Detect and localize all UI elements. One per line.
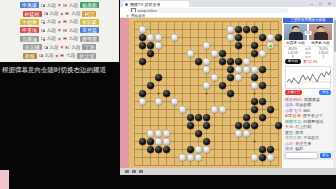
black-stone	[155, 74, 162, 81]
player2-rank: 九段	[71, 11, 80, 16]
match-row: 卞相壹九段×九段李轩豪	[0, 18, 119, 26]
black-stone	[267, 146, 274, 153]
ai-winrate-value: 黑 52.3%	[303, 60, 317, 64]
black-stone	[235, 26, 242, 33]
korea-flag-icon	[39, 54, 43, 57]
player1-name: 卞相壹	[20, 19, 39, 25]
chat-username: 棋友8841:	[285, 97, 303, 102]
notice-badge: 主播公告	[285, 90, 302, 95]
chat-text: 关注主播	[295, 141, 311, 146]
black-stone	[147, 138, 154, 145]
player2-rank: 九段	[69, 28, 78, 33]
player1-rank: 九段	[47, 36, 56, 41]
black-stone	[139, 34, 146, 41]
white-stone	[211, 74, 218, 81]
black-stone	[251, 50, 258, 57]
china-flag-icon	[63, 4, 67, 7]
black-stone	[235, 122, 242, 129]
white-stone	[243, 130, 250, 137]
match-row: 金志锡九段×九段丁浩	[0, 43, 119, 51]
chat-username: 天元:	[285, 124, 294, 129]
white-stone	[155, 138, 162, 145]
korea-flag-icon	[41, 37, 45, 40]
black-stone	[227, 74, 234, 81]
chat-username: AI爱好者:	[285, 113, 302, 118]
china-flag-icon	[63, 29, 67, 32]
black-stone	[203, 114, 210, 121]
send-button[interactable]: 发送	[320, 153, 331, 158]
player1-name: 元晟溱	[20, 36, 39, 42]
white-stone	[179, 154, 186, 161]
white-stone	[203, 66, 210, 73]
korea-flag-icon	[44, 12, 48, 15]
chat-text: 精彩	[295, 146, 303, 151]
player1-rank: 九段	[47, 3, 56, 8]
white-stone	[227, 26, 234, 33]
white-stone	[211, 50, 218, 57]
chat-text: 黑棋厚实	[304, 97, 320, 102]
black-stone	[235, 58, 242, 65]
white-player-name: 杨鼎新 九段	[308, 41, 333, 46]
black-stone	[187, 146, 194, 153]
black-stone	[163, 90, 170, 97]
black-stone	[195, 130, 202, 137]
player2-rank: 九段	[69, 36, 78, 41]
winrate-line-chart	[287, 68, 331, 89]
url-field[interactable]: weiqi.tv/live	[128, 8, 288, 13]
white-stone	[235, 74, 242, 81]
versus-separator: ×	[58, 27, 61, 33]
black-stone	[195, 114, 202, 121]
page-content: 三星杯世界围棋大师赛 VS 申真谞 九段	[120, 18, 336, 168]
tab-favicon-icon	[125, 3, 128, 6]
maximize-button[interactable]: □	[316, 0, 325, 7]
close-button[interactable]: ✕	[325, 0, 334, 7]
white-stone	[235, 130, 242, 137]
player-photos: VS	[283, 23, 333, 41]
white-stone	[267, 34, 274, 41]
black-stone	[147, 146, 154, 153]
white-stone	[203, 146, 210, 153]
game-info-panel: 三星杯世界围棋大师赛 VS 申真谞 九段	[283, 18, 333, 168]
white-stone	[139, 98, 146, 105]
vs-label: VS	[305, 31, 312, 35]
player2-rank: 九段	[69, 19, 78, 24]
player2-name: 李轩豪	[80, 19, 99, 25]
black-stone	[251, 122, 258, 129]
player1-rank: 九段	[50, 45, 59, 50]
chat-username: 星位:	[285, 130, 294, 135]
match-row: 元晟溱九段×九段唐韦星	[0, 35, 119, 43]
chat-input[interactable]	[285, 152, 318, 159]
match-row: 朴廷桓九段×九段柯洁	[0, 9, 119, 17]
white-stat-value: 5	[314, 55, 333, 59]
match-row: 申真谞九段×九段杨鼎新	[0, 1, 119, 9]
stat-label: 提子	[302, 55, 314, 59]
white-stone	[155, 130, 162, 137]
black-stone	[139, 58, 146, 65]
winrate-graph	[285, 66, 331, 89]
black-stone	[275, 34, 282, 41]
black-stone	[259, 66, 266, 73]
player2-rank: 九段	[71, 45, 80, 50]
browser-window: 围棋TV·对弈直播 — □ ✕ weiqi.tv/live ★ 围棋直播	[120, 0, 336, 175]
lock-icon	[131, 8, 136, 12]
page-left-margin	[120, 18, 129, 168]
white-stone	[163, 130, 170, 137]
player2-rank: 九段	[69, 3, 78, 8]
ai-analysis-row: AI分析 黑 52.3%	[283, 59, 333, 65]
white-player-photo	[309, 24, 332, 40]
go-board[interactable]	[129, 18, 282, 168]
stream-stage: 申真谞九段×九段杨鼎新朴廷桓九段×九段柯洁卞相壹九段×九段李轩豪申旻埈九段×九段…	[0, 0, 336, 189]
china-flag-icon	[63, 37, 67, 40]
white-stone	[235, 66, 242, 73]
black-stone	[243, 122, 250, 129]
white-stone	[251, 154, 258, 161]
white-stone	[219, 106, 226, 113]
player1-rank: 九段	[50, 11, 59, 16]
window-controls: — □ ✕	[307, 0, 334, 7]
white-stone	[243, 66, 250, 73]
page-status-bar	[120, 168, 336, 175]
chat-username: 小目:	[285, 141, 294, 146]
black-stone	[195, 58, 202, 65]
chat-text: 白棋要做活	[303, 119, 323, 124]
black-stone	[219, 50, 226, 57]
chat-text: 666	[303, 108, 310, 113]
browser-tab-bar: 围棋TV·对弈直播 — □ ✕	[120, 0, 336, 7]
black-stone	[147, 50, 154, 57]
black-stone	[259, 154, 266, 161]
china-flag-icon	[65, 46, 69, 49]
korea-flag-icon	[44, 46, 48, 49]
match-row: 崔精九段×七段於之莹	[0, 51, 119, 59]
chat-text: 下边好大	[303, 135, 319, 140]
white-stone	[211, 106, 218, 113]
black-stone	[267, 106, 274, 113]
versus-separator: ×	[56, 53, 59, 59]
black-stone	[139, 42, 146, 49]
black-stone	[219, 58, 226, 65]
player1-name: 申真谞	[20, 2, 39, 8]
player2-rank: 七段	[66, 53, 75, 58]
match-row: 申旻埈九段×九段芈昱廷	[0, 26, 119, 34]
black-player-photo	[284, 24, 307, 40]
minimize-button[interactable]: —	[307, 0, 316, 7]
white-stone	[155, 34, 162, 41]
player-names: 申真谞 九段 杨鼎新 九段	[283, 41, 333, 46]
white-stone	[203, 58, 210, 65]
player1-name: 金志锡	[23, 44, 42, 50]
chat-message-list[interactable]: 棋友8841:黑棋厚实清风:这步好棋小李飞刀:666AI爱好者:胜率多少了观棋不…	[283, 96, 333, 151]
white-stone	[171, 34, 178, 41]
white-stone	[267, 154, 274, 161]
chat-text: 这步好棋	[295, 102, 311, 107]
player2-name: 丁浩	[82, 44, 96, 50]
black-stone	[251, 106, 258, 113]
black-stone	[163, 146, 170, 153]
versus-separator: ×	[58, 36, 61, 42]
black-stone	[259, 114, 266, 121]
chat-text: 黑优	[295, 130, 303, 135]
white-stone	[227, 34, 234, 41]
black-stone	[155, 146, 162, 153]
chat-username: 棋迷:	[285, 146, 294, 151]
black-stone	[259, 34, 266, 41]
chat-text: 胜率多少了	[303, 113, 323, 118]
black-stone	[243, 26, 250, 33]
black-stone	[235, 34, 242, 41]
black-stone	[227, 90, 234, 97]
versus-separator: ×	[58, 19, 61, 25]
korea-flag-icon	[41, 4, 45, 7]
chat-text: 右上打劫	[295, 124, 311, 129]
chat-username: 小李飞刀:	[285, 108, 302, 113]
bookmark-label[interactable]: 围棋直播	[131, 14, 145, 18]
white-stone	[147, 34, 154, 41]
china-flag-icon	[60, 54, 64, 57]
black-stone	[187, 122, 194, 129]
white-stone	[251, 66, 258, 73]
black-player-name: 申真谞 九段	[283, 41, 308, 46]
player2-name: 於之莹	[77, 53, 96, 59]
status-icon[interactable]	[132, 170, 136, 173]
player1-rank: 九段	[47, 19, 56, 24]
follow-button[interactable]: 关注	[319, 90, 331, 95]
white-stone	[195, 146, 202, 153]
black-stone	[203, 122, 210, 129]
korea-flag-icon	[41, 20, 45, 23]
black-stone	[251, 26, 258, 33]
china-flag-icon	[65, 12, 69, 15]
ai-analysis-button[interactable]: AI分析	[285, 59, 301, 64]
white-stone	[187, 50, 194, 57]
player2-name: 柯洁	[82, 11, 96, 17]
white-stone	[147, 130, 154, 137]
korea-flag-icon	[41, 29, 45, 32]
black-stone	[139, 90, 146, 97]
black-stone	[251, 98, 258, 105]
player1-name: 朴廷桓	[23, 11, 42, 17]
tab-title: 围棋TV·对弈直播	[130, 2, 160, 7]
black-stone	[259, 98, 266, 105]
bookmark-star-icon: ★	[126, 14, 129, 18]
url-text: weiqi.tv/live	[138, 9, 157, 13]
player1-name: 崔精	[23, 53, 37, 59]
chat-username: 观棋不语:	[285, 119, 302, 124]
black-stat-value: 3	[283, 55, 302, 59]
black-stone	[275, 122, 282, 129]
white-stone	[203, 82, 210, 89]
streamer-notice-text: 根据弹幕意向会随时切换右边的频道	[2, 66, 120, 74]
black-stone	[219, 82, 226, 89]
black-stone	[147, 42, 154, 49]
chat-input-row: 发送	[283, 151, 333, 160]
game-stats-table: 48.6%胜率51.4%1:42:18用时1:35:073提子5	[283, 46, 333, 59]
black-stone	[251, 74, 258, 81]
black-stone	[147, 82, 154, 89]
white-stone	[155, 98, 162, 105]
versus-separator: ×	[61, 44, 64, 50]
player1-name: 申旻埈	[20, 27, 39, 33]
black-stone	[187, 114, 194, 121]
black-stone	[227, 58, 234, 65]
player1-rank: 九段	[45, 53, 54, 58]
scrollbar-thumb[interactable]	[334, 20, 336, 52]
player2-name: 芈昱廷	[80, 27, 99, 33]
white-stone	[179, 106, 186, 113]
black-stone	[243, 114, 250, 121]
white-stone	[259, 50, 266, 57]
corner-decoration	[0, 170, 9, 189]
status-icon[interactable]	[139, 170, 143, 173]
black-stone	[251, 42, 258, 49]
white-stone	[171, 98, 178, 105]
white-stone	[251, 82, 258, 89]
black-stone	[259, 146, 266, 153]
stats-row: 3提子5	[283, 55, 333, 59]
white-stone	[187, 154, 194, 161]
white-stone	[243, 58, 250, 65]
black-stone	[203, 138, 210, 145]
black-stone	[139, 138, 146, 145]
black-stone	[227, 66, 234, 73]
black-stone	[235, 42, 242, 49]
white-stone	[155, 42, 162, 49]
status-icon[interactable]	[125, 170, 129, 173]
white-stone	[139, 26, 146, 33]
white-stone	[195, 154, 202, 161]
white-stone	[203, 42, 210, 49]
versus-separator: ×	[61, 11, 64, 17]
white-stone	[163, 138, 170, 145]
player1-rank: 九段	[47, 28, 56, 33]
player2-name: 唐韦星	[80, 36, 99, 42]
versus-separator: ×	[58, 2, 61, 8]
chat-username: 布局大师:	[285, 135, 302, 140]
chat-username: 清风:	[285, 102, 294, 107]
match-pairings-list: 申真谞九段×九段杨鼎新朴廷桓九段×九段柯洁卞相壹九段×九段李轩豪申旻埈九段×九段…	[0, 0, 119, 62]
china-flag-icon	[63, 20, 67, 23]
player2-name: 杨鼎新	[80, 2, 99, 8]
black-stone	[259, 82, 266, 89]
